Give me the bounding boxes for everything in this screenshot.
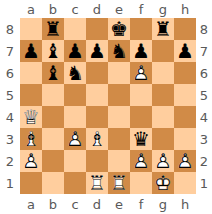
square-d4[interactable] bbox=[86, 106, 108, 128]
file-label-f: f bbox=[130, 0, 152, 18]
piece-white-bishop: ♝ bbox=[20, 128, 42, 150]
square-h6[interactable] bbox=[174, 62, 196, 84]
file-label-h: h bbox=[174, 194, 196, 214]
square-a7[interactable]: ♟ bbox=[20, 40, 42, 62]
square-e3[interactable] bbox=[108, 128, 130, 150]
rank-label-4: 4 bbox=[0, 106, 20, 128]
square-a5[interactable] bbox=[20, 84, 42, 106]
file-label-c: c bbox=[64, 194, 86, 214]
rank-label-3: 3 bbox=[196, 128, 212, 150]
square-h5[interactable] bbox=[174, 84, 196, 106]
square-a4[interactable]: ♛♕ bbox=[20, 106, 42, 128]
rank-label-1: 1 bbox=[196, 172, 212, 194]
piece-black-pawn: ♟ bbox=[130, 40, 152, 62]
file-label-e: e bbox=[108, 194, 130, 214]
square-g3[interactable] bbox=[152, 128, 174, 150]
file-label-a: a bbox=[20, 194, 42, 214]
square-e2[interactable] bbox=[108, 150, 130, 172]
piece-white-pawn: ♙ bbox=[20, 150, 42, 172]
piece-white-rook: ♖ bbox=[86, 172, 108, 194]
rank-labels-left: 87654321 bbox=[0, 18, 20, 194]
file-label-g: g bbox=[152, 194, 174, 214]
square-g6[interactable] bbox=[152, 62, 174, 84]
square-f7[interactable]: ♟ bbox=[130, 40, 152, 62]
square-b6[interactable]: ♝ bbox=[42, 62, 64, 84]
square-a1[interactable] bbox=[20, 172, 42, 194]
piece-white-rook: ♜ bbox=[108, 172, 130, 194]
square-f2[interactable]: ♟♙ bbox=[130, 150, 152, 172]
piece-black-pawn: ♟ bbox=[86, 40, 108, 62]
square-h8[interactable] bbox=[174, 18, 196, 40]
square-b5[interactable] bbox=[42, 84, 64, 106]
square-f4[interactable] bbox=[130, 106, 152, 128]
square-b1[interactable] bbox=[42, 172, 64, 194]
piece-white-pawn: ♟ bbox=[130, 62, 152, 84]
rank-label-1: 1 bbox=[0, 172, 20, 194]
piece-white-bishop: ♗ bbox=[20, 128, 42, 150]
chess-diagram: abcdefgh 87654321 ♜♚♜♟♝♟♟♞♟♟♝♞♟♙♛♕♝♗♟♙♝♗… bbox=[0, 0, 212, 214]
piece-white-pawn: ♙ bbox=[64, 128, 86, 150]
square-e8[interactable]: ♚ bbox=[108, 18, 130, 40]
rank-label-8: 8 bbox=[0, 18, 20, 40]
square-c2[interactable] bbox=[64, 150, 86, 172]
piece-white-pawn: ♟ bbox=[152, 150, 174, 172]
square-e6[interactable] bbox=[108, 62, 130, 84]
file-label-a: a bbox=[20, 0, 42, 18]
rank-label-3: 3 bbox=[0, 128, 20, 150]
piece-black-king: ♚ bbox=[108, 18, 130, 40]
file-label-c: c bbox=[64, 0, 86, 18]
piece-white-pawn: ♟ bbox=[174, 150, 196, 172]
piece-white-rook: ♖ bbox=[108, 172, 130, 194]
piece-white-pawn: ♙ bbox=[174, 150, 196, 172]
square-g2[interactable]: ♟♙ bbox=[152, 150, 174, 172]
file-label-d: d bbox=[86, 194, 108, 214]
square-g5[interactable] bbox=[152, 84, 174, 106]
square-c6[interactable]: ♞ bbox=[64, 62, 86, 84]
piece-black-pawn: ♟ bbox=[20, 40, 42, 62]
file-label-g: g bbox=[152, 0, 174, 18]
rank-label-6: 6 bbox=[196, 62, 212, 84]
square-c5[interactable] bbox=[64, 84, 86, 106]
square-d8[interactable] bbox=[86, 18, 108, 40]
square-e5[interactable] bbox=[108, 84, 130, 106]
piece-white-pawn: ♟ bbox=[20, 150, 42, 172]
piece-black-bishop: ♝ bbox=[42, 40, 64, 62]
square-d3[interactable]: ♝♗ bbox=[86, 128, 108, 150]
square-f3[interactable]: ♛ bbox=[130, 128, 152, 150]
square-e1[interactable]: ♜♖ bbox=[108, 172, 130, 194]
square-a6[interactable] bbox=[20, 62, 42, 84]
square-h4[interactable] bbox=[174, 106, 196, 128]
piece-white-bishop: ♗ bbox=[86, 128, 108, 150]
rank-label-5: 5 bbox=[196, 84, 212, 106]
piece-black-pawn: ♟ bbox=[64, 40, 86, 62]
square-f6[interactable]: ♟♙ bbox=[130, 62, 152, 84]
rank-label-2: 2 bbox=[0, 150, 20, 172]
square-g8[interactable]: ♜ bbox=[152, 18, 174, 40]
piece-black-rook: ♜ bbox=[42, 18, 64, 40]
square-a2[interactable]: ♟♙ bbox=[20, 150, 42, 172]
square-c3[interactable]: ♟♙ bbox=[64, 128, 86, 150]
file-label-b: b bbox=[42, 194, 64, 214]
rank-label-2: 2 bbox=[196, 150, 212, 172]
square-d1[interactable]: ♜♖ bbox=[86, 172, 108, 194]
square-b4[interactable] bbox=[42, 106, 64, 128]
piece-black-rook: ♜ bbox=[152, 18, 174, 40]
piece-white-queen: ♕ bbox=[20, 106, 42, 128]
square-f5[interactable] bbox=[130, 84, 152, 106]
square-d2[interactable] bbox=[86, 150, 108, 172]
piece-white-king: ♔ bbox=[152, 172, 174, 194]
rank-label-8: 8 bbox=[196, 18, 212, 40]
rank-labels-right: 87654321 bbox=[196, 18, 212, 194]
chess-board: ♜♚♜♟♝♟♟♞♟♟♝♞♟♙♛♕♝♗♟♙♝♗♛♟♙♟♙♟♙♟♙♜♖♜♖♚♔ bbox=[20, 18, 196, 194]
square-h2[interactable]: ♟♙ bbox=[174, 150, 196, 172]
square-h7[interactable]: ♟ bbox=[174, 40, 196, 62]
file-labels-bottom: abcdefgh bbox=[20, 194, 196, 214]
piece-white-pawn: ♙ bbox=[130, 62, 152, 84]
piece-white-queen: ♛ bbox=[20, 106, 42, 128]
square-g1[interactable]: ♚♔ bbox=[152, 172, 174, 194]
square-b7[interactable]: ♝ bbox=[42, 40, 64, 62]
piece-white-rook: ♜ bbox=[86, 172, 108, 194]
piece-white-bishop: ♝ bbox=[86, 128, 108, 150]
piece-black-pawn: ♟ bbox=[174, 40, 196, 62]
file-label-f: f bbox=[130, 194, 152, 214]
file-labels-top: abcdefgh bbox=[20, 0, 196, 18]
piece-white-pawn: ♟ bbox=[64, 128, 86, 150]
file-label-d: d bbox=[86, 0, 108, 18]
square-d5[interactable] bbox=[86, 84, 108, 106]
file-label-e: e bbox=[108, 0, 130, 18]
rank-label-5: 5 bbox=[0, 84, 20, 106]
rank-label-6: 6 bbox=[0, 62, 20, 84]
piece-black-queen: ♛ bbox=[130, 128, 152, 150]
rank-label-7: 7 bbox=[0, 40, 20, 62]
square-d6[interactable] bbox=[86, 62, 108, 84]
file-label-h: h bbox=[174, 0, 196, 18]
square-e7[interactable]: ♞ bbox=[108, 40, 130, 62]
piece-black-knight: ♞ bbox=[64, 62, 86, 84]
square-g7[interactable] bbox=[152, 40, 174, 62]
square-h3[interactable] bbox=[174, 128, 196, 150]
square-g4[interactable] bbox=[152, 106, 174, 128]
piece-white-pawn: ♙ bbox=[130, 150, 152, 172]
piece-black-bishop: ♝ bbox=[42, 62, 64, 84]
square-c8[interactable] bbox=[64, 18, 86, 40]
square-a8[interactable] bbox=[20, 18, 42, 40]
rank-label-7: 7 bbox=[196, 40, 212, 62]
square-d7[interactable]: ♟ bbox=[86, 40, 108, 62]
piece-white-pawn: ♙ bbox=[152, 150, 174, 172]
square-b3[interactable] bbox=[42, 128, 64, 150]
square-b8[interactable]: ♜ bbox=[42, 18, 64, 40]
piece-white-pawn: ♟ bbox=[130, 150, 152, 172]
square-c4[interactable] bbox=[64, 106, 86, 128]
square-c7[interactable]: ♟ bbox=[64, 40, 86, 62]
square-a3[interactable]: ♝♗ bbox=[20, 128, 42, 150]
square-f1[interactable] bbox=[130, 172, 152, 194]
file-label-b: b bbox=[42, 0, 64, 18]
square-e4[interactable] bbox=[108, 106, 130, 128]
square-b2[interactable] bbox=[42, 150, 64, 172]
square-c1[interactable] bbox=[64, 172, 86, 194]
piece-white-king: ♚ bbox=[152, 172, 174, 194]
square-h1[interactable] bbox=[174, 172, 196, 194]
piece-black-knight: ♞ bbox=[108, 40, 130, 62]
rank-label-4: 4 bbox=[196, 106, 212, 128]
square-f8[interactable] bbox=[130, 18, 152, 40]
